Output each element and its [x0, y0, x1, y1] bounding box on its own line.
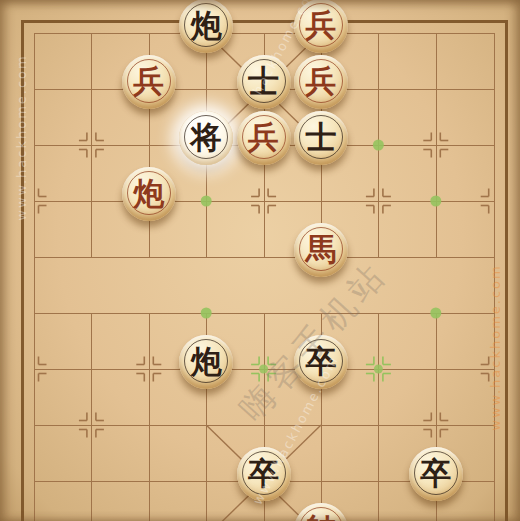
board-cell[interactable] [92, 258, 149, 314]
board-cell[interactable] [437, 146, 494, 202]
board-cell[interactable] [35, 482, 92, 521]
board-cell[interactable] [150, 258, 207, 314]
black-soldier[interactable]: 卒 [409, 447, 463, 501]
black-advisor[interactable]: 士 [237, 55, 291, 109]
board-cell[interactable] [437, 90, 494, 146]
piece-glyph-馬: 馬 [306, 234, 337, 265]
piece-glyph-士: 士 [248, 66, 279, 97]
board-cell[interactable] [35, 426, 92, 482]
board-cell[interactable] [437, 314, 494, 370]
piece-glyph-炮: 炮 [191, 346, 222, 377]
board-cell[interactable] [207, 258, 264, 314]
piece-glyph-兵: 兵 [306, 10, 337, 41]
board-cell[interactable] [35, 90, 92, 146]
black-soldier[interactable]: 卒 [237, 447, 291, 501]
piece-glyph-炮: 炮 [133, 178, 164, 209]
red-soldier[interactable]: 兵 [122, 55, 176, 109]
black-general[interactable]: 将 [179, 111, 233, 165]
piece-glyph-兵: 兵 [306, 66, 337, 97]
board-cell[interactable] [379, 314, 436, 370]
board-cell[interactable] [92, 426, 149, 482]
piece-glyph-将: 将 [191, 122, 222, 153]
piece-glyph-士: 士 [306, 122, 337, 153]
board-cell[interactable] [35, 146, 92, 202]
board-cell[interactable] [379, 90, 436, 146]
xiangqi-board-screenshot: 炮兵兵士兵将兵士炮馬炮卒卒卒帥 www.hackhome.com hackhom… [0, 0, 520, 521]
red-cannon[interactable]: 炮 [122, 167, 176, 221]
board-cell[interactable] [437, 202, 494, 258]
black-cannon[interactable]: 炮 [179, 335, 233, 389]
board-cell[interactable] [92, 370, 149, 426]
black-advisor[interactable]: 士 [294, 111, 348, 165]
board-cell[interactable] [322, 426, 379, 482]
board-cell[interactable] [92, 314, 149, 370]
board-cell[interactable] [35, 314, 92, 370]
piece-glyph-兵: 兵 [133, 66, 164, 97]
board-cell[interactable] [150, 426, 207, 482]
piece-glyph-卒: 卒 [248, 458, 279, 489]
piece-glyph-炮: 炮 [191, 10, 222, 41]
board-cell[interactable] [379, 146, 436, 202]
piece-glyph-兵: 兵 [248, 122, 279, 153]
board-cell[interactable] [437, 258, 494, 314]
board-cell[interactable] [379, 34, 436, 90]
board-cell[interactable] [35, 258, 92, 314]
piece-glyph-帥: 帥 [306, 514, 337, 521]
board-cell[interactable] [35, 202, 92, 258]
board-cell[interactable] [150, 482, 207, 521]
piece-glyph-卒: 卒 [420, 458, 451, 489]
red-soldier[interactable]: 兵 [294, 55, 348, 109]
red-soldier[interactable]: 兵 [294, 0, 348, 53]
board-cell[interactable] [207, 202, 264, 258]
board-cell[interactable] [92, 482, 149, 521]
board-cell[interactable] [379, 370, 436, 426]
board-cell[interactable] [379, 258, 436, 314]
red-horse[interactable]: 馬 [294, 223, 348, 277]
board-cell[interactable] [35, 34, 92, 90]
board-cell[interactable] [35, 370, 92, 426]
piece-glyph-卒: 卒 [306, 346, 337, 377]
board-cell[interactable] [379, 202, 436, 258]
black-soldier[interactable]: 卒 [294, 335, 348, 389]
black-cannon[interactable]: 炮 [179, 0, 233, 53]
board-cell[interactable] [437, 34, 494, 90]
board-cell[interactable] [437, 370, 494, 426]
red-soldier[interactable]: 兵 [237, 111, 291, 165]
